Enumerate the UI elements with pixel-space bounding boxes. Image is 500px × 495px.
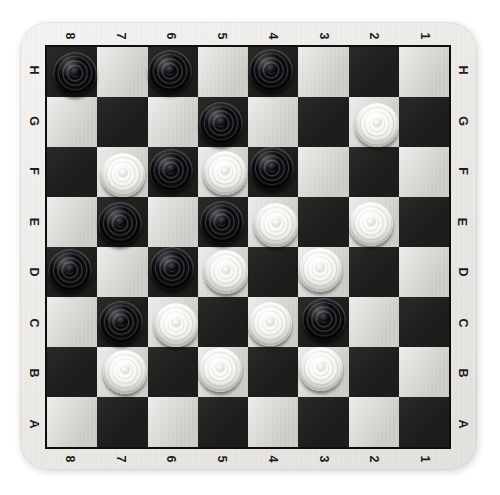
square-F6[interactable] xyxy=(148,147,198,197)
square-F5[interactable] xyxy=(198,147,248,197)
square-H3[interactable] xyxy=(298,47,348,97)
white-checker-F5[interactable] xyxy=(203,151,247,195)
square-A7[interactable] xyxy=(97,397,147,447)
square-F3[interactable] xyxy=(298,147,348,197)
white-checker-E2[interactable] xyxy=(349,202,393,246)
black-checker-H6[interactable] xyxy=(148,50,192,94)
square-G3[interactable] xyxy=(298,97,348,147)
black-checker-F6[interactable] xyxy=(149,149,193,193)
square-A6[interactable] xyxy=(148,397,198,447)
black-checker-H8[interactable] xyxy=(53,52,97,96)
square-E2[interactable] xyxy=(349,197,399,247)
square-G6[interactable] xyxy=(148,97,198,147)
col-label-bottom-5: 5 xyxy=(197,449,248,469)
black-checker-C7[interactable] xyxy=(99,301,143,345)
black-checker-D8[interactable] xyxy=(48,249,92,293)
white-checker-D3[interactable] xyxy=(298,248,342,292)
black-checker-D6[interactable] xyxy=(150,247,194,291)
col-label-top-2: 2 xyxy=(350,27,401,45)
white-checker-C4[interactable] xyxy=(248,302,292,346)
square-G2[interactable] xyxy=(349,97,399,147)
square-B3[interactable] xyxy=(298,347,348,397)
square-F4[interactable] xyxy=(248,147,298,197)
photo-canvas: 87654321 87654321 HGFEDCBA HGFEDCBA xyxy=(0,0,500,495)
white-checker-F7[interactable] xyxy=(101,153,145,197)
black-checker-E5[interactable] xyxy=(200,201,244,245)
square-D5[interactable] xyxy=(198,247,248,297)
white-checker-B3[interactable] xyxy=(299,347,343,391)
square-F2[interactable] xyxy=(349,147,399,197)
square-B4[interactable] xyxy=(248,347,298,397)
row-label-right-B: B xyxy=(451,348,474,399)
col-label-top-6: 6 xyxy=(147,27,198,45)
white-checker-D5[interactable] xyxy=(204,250,248,294)
square-E1[interactable] xyxy=(399,197,449,247)
square-B6[interactable] xyxy=(148,347,198,397)
square-G4[interactable] xyxy=(248,97,298,147)
square-D6[interactable] xyxy=(148,247,198,297)
black-checker-C3[interactable] xyxy=(302,298,346,342)
square-H5[interactable] xyxy=(198,47,248,97)
white-checker-G2[interactable] xyxy=(355,103,399,147)
square-B7[interactable] xyxy=(97,347,147,397)
col-label-bottom-4: 4 xyxy=(248,449,299,469)
square-B5[interactable] xyxy=(198,347,248,397)
square-H8[interactable] xyxy=(47,47,97,97)
square-A8[interactable] xyxy=(47,397,97,447)
square-E6[interactable] xyxy=(148,197,198,247)
square-E3[interactable] xyxy=(298,197,348,247)
square-C2[interactable] xyxy=(349,297,399,347)
white-checker-B7[interactable] xyxy=(103,350,147,394)
row-label-right-F: F xyxy=(451,146,474,197)
row-label-left-G: G xyxy=(23,96,45,147)
square-C4[interactable] xyxy=(248,297,298,347)
square-A1[interactable] xyxy=(399,397,449,447)
square-D7[interactable] xyxy=(97,247,147,297)
square-C3[interactable] xyxy=(298,297,348,347)
white-checker-B5[interactable] xyxy=(198,348,242,392)
row-label-right-H: H xyxy=(451,45,474,96)
square-E7[interactable] xyxy=(97,197,147,247)
column-labels-top: 87654321 xyxy=(45,27,451,45)
square-D1[interactable] xyxy=(399,247,449,297)
square-C7[interactable] xyxy=(97,297,147,347)
row-label-right-C: C xyxy=(451,298,474,349)
white-checker-E4[interactable] xyxy=(254,203,298,247)
black-checker-E7[interactable] xyxy=(98,202,142,246)
col-label-bottom-2: 2 xyxy=(350,449,401,469)
square-B8[interactable] xyxy=(47,347,97,397)
col-label-top-5: 5 xyxy=(197,27,248,45)
row-label-left-A: A xyxy=(23,399,45,450)
col-label-top-1: 1 xyxy=(400,27,451,45)
square-E8[interactable] xyxy=(47,197,97,247)
square-D3[interactable] xyxy=(298,247,348,297)
board-mat: 87654321 87654321 HGFEDCBA HGFEDCBA xyxy=(20,22,477,470)
row-label-left-D: D xyxy=(23,247,45,298)
square-E5[interactable] xyxy=(198,197,248,247)
white-checker-C6[interactable] xyxy=(154,303,198,347)
col-label-top-3: 3 xyxy=(299,27,350,45)
square-A5[interactable] xyxy=(198,397,248,447)
row-label-left-E: E xyxy=(23,197,45,248)
square-E4[interactable] xyxy=(248,197,298,247)
square-C5[interactable] xyxy=(198,297,248,347)
square-C6[interactable] xyxy=(148,297,198,347)
row-label-right-D: D xyxy=(451,247,474,298)
col-label-top-8: 8 xyxy=(45,27,96,45)
square-H7[interactable] xyxy=(97,47,147,97)
col-label-top-7: 7 xyxy=(96,27,147,45)
square-H4[interactable] xyxy=(248,47,298,97)
square-A4[interactable] xyxy=(248,397,298,447)
col-label-bottom-1: 1 xyxy=(400,449,451,469)
square-H2[interactable] xyxy=(349,47,399,97)
square-B2[interactable] xyxy=(349,347,399,397)
row-label-right-A: A xyxy=(451,399,474,450)
col-label-bottom-6: 6 xyxy=(147,449,198,469)
row-label-left-H: H xyxy=(23,45,45,96)
square-D2[interactable] xyxy=(349,247,399,297)
col-label-bottom-8: 8 xyxy=(45,449,96,469)
square-G8[interactable] xyxy=(47,97,97,147)
square-D8[interactable] xyxy=(47,247,97,297)
square-D4[interactable] xyxy=(248,247,298,297)
row-label-right-G: G xyxy=(451,96,474,147)
row-label-left-B: B xyxy=(23,348,45,399)
square-G1[interactable] xyxy=(399,97,449,147)
col-label-bottom-7: 7 xyxy=(96,449,147,469)
square-A3[interactable] xyxy=(298,397,348,447)
square-G5[interactable] xyxy=(198,97,248,147)
checkers-board xyxy=(45,45,451,449)
square-B1[interactable] xyxy=(399,347,449,397)
square-C8[interactable] xyxy=(47,297,97,347)
col-label-bottom-3: 3 xyxy=(299,449,350,469)
column-labels-bottom: 87654321 xyxy=(45,449,451,469)
col-label-top-4: 4 xyxy=(248,27,299,45)
square-A2[interactable] xyxy=(349,397,399,447)
square-F7[interactable] xyxy=(97,147,147,197)
black-checker-H4[interactable] xyxy=(249,49,293,93)
row-label-left-C: C xyxy=(23,298,45,349)
square-F8[interactable] xyxy=(47,147,97,197)
square-H1[interactable] xyxy=(399,47,449,97)
square-F1[interactable] xyxy=(399,147,449,197)
square-G7[interactable] xyxy=(97,97,147,147)
row-labels-left: HGFEDCBA xyxy=(23,45,45,449)
row-label-left-F: F xyxy=(23,146,45,197)
square-H6[interactable] xyxy=(148,47,198,97)
black-checker-F4[interactable] xyxy=(250,147,294,191)
row-label-right-E: E xyxy=(451,197,474,248)
square-C1[interactable] xyxy=(399,297,449,347)
row-labels-right: HGFEDCBA xyxy=(451,45,474,449)
black-checker-G5[interactable] xyxy=(199,102,243,146)
